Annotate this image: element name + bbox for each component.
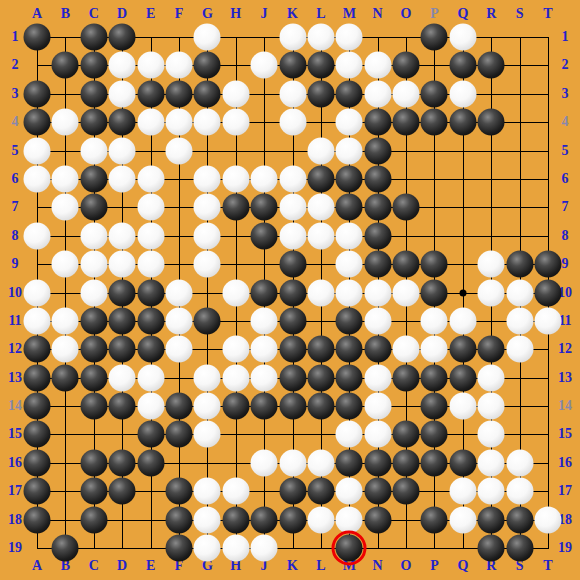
stone-black: [307, 165, 334, 192]
stone-black: [80, 165, 107, 192]
stone-white: [449, 393, 476, 420]
stone-black: [421, 506, 448, 533]
stone-white: [478, 251, 505, 278]
stone-white: [24, 137, 51, 164]
stone-white: [478, 279, 505, 306]
stone-white: [393, 80, 420, 107]
stone-black: [535, 279, 562, 306]
stone-black: [364, 336, 391, 363]
stone-white: [307, 506, 334, 533]
stone-black: [80, 307, 107, 334]
stone-white: [165, 279, 192, 306]
stone-white: [109, 251, 136, 278]
stone-black: [393, 478, 420, 505]
stone-white: [364, 364, 391, 391]
row-label-left: 4: [12, 115, 19, 129]
stone-black: [165, 80, 192, 107]
stone-black: [421, 279, 448, 306]
row-label-right: 15: [558, 427, 572, 441]
stone-black: [535, 251, 562, 278]
stone-black: [137, 421, 164, 448]
stone-black: [137, 449, 164, 476]
stone-black: [24, 478, 51, 505]
stone-black: [24, 449, 51, 476]
column-label-bottom: T: [543, 559, 552, 573]
stone-black: [478, 535, 505, 562]
stone-white: [24, 222, 51, 249]
row-label-right: 17: [558, 484, 572, 498]
stone-white: [307, 137, 334, 164]
column-label-top: A: [32, 7, 42, 21]
stone-white: [307, 279, 334, 306]
stone-white: [336, 222, 363, 249]
stone-white: [137, 165, 164, 192]
stone-black: [251, 279, 278, 306]
column-label-bottom: P: [430, 559, 439, 573]
column-label-top: E: [146, 7, 155, 21]
stone-black: [194, 307, 221, 334]
stone-white: [307, 194, 334, 221]
stone-white: [364, 80, 391, 107]
stone-black: [393, 449, 420, 476]
stone-black: [364, 109, 391, 136]
stone-black: [393, 194, 420, 221]
stone-white: [336, 478, 363, 505]
stone-black: [421, 393, 448, 420]
stone-black: [80, 52, 107, 79]
stone-white: [137, 109, 164, 136]
stone-black: [336, 165, 363, 192]
stone-black: [307, 52, 334, 79]
stone-black: [336, 336, 363, 363]
stone-black: [449, 336, 476, 363]
stone-white: [24, 307, 51, 334]
hoshi-dot: [459, 289, 466, 296]
stone-black: [80, 109, 107, 136]
stone-white: [194, 165, 221, 192]
stone-white: [137, 194, 164, 221]
stone-white: [364, 421, 391, 448]
row-label-left: 16: [8, 456, 22, 470]
stone-black: [52, 52, 79, 79]
stone-white: [506, 336, 533, 363]
column-label-top: B: [61, 7, 70, 21]
stone-black: [251, 222, 278, 249]
stone-white: [165, 137, 192, 164]
stone-white: [421, 307, 448, 334]
stone-black: [109, 24, 136, 51]
stone-white: [194, 24, 221, 51]
stone-black: [364, 449, 391, 476]
stone-white: [194, 535, 221, 562]
stone-white: [222, 535, 249, 562]
stone-white: [336, 137, 363, 164]
stone-white: [421, 336, 448, 363]
stone-black: [421, 364, 448, 391]
stone-white: [307, 222, 334, 249]
row-label-left: 19: [8, 541, 22, 555]
stone-white: [279, 194, 306, 221]
stone-white: [80, 222, 107, 249]
stone-black: [506, 251, 533, 278]
stone-black: [421, 421, 448, 448]
row-label-right: 8: [562, 229, 569, 243]
stone-black: [393, 109, 420, 136]
stone-white: [222, 165, 249, 192]
stone-black: [52, 535, 79, 562]
column-label-top: D: [117, 7, 127, 21]
stone-black: [279, 478, 306, 505]
stone-black: [109, 109, 136, 136]
stone-white: [336, 506, 363, 533]
stone-white: [279, 80, 306, 107]
stone-white: [251, 535, 278, 562]
stone-white: [109, 165, 136, 192]
stone-black: [279, 279, 306, 306]
column-label-top: G: [202, 7, 213, 21]
stone-black: [24, 506, 51, 533]
stone-white: [52, 109, 79, 136]
stone-black: [24, 109, 51, 136]
stone-black: [307, 478, 334, 505]
stone-black: [421, 24, 448, 51]
stone-black: [307, 364, 334, 391]
column-label-top: P: [430, 7, 439, 21]
stone-black: [137, 336, 164, 363]
stone-black: [364, 506, 391, 533]
stone-white: [194, 364, 221, 391]
column-label-top: M: [343, 7, 356, 21]
stone-white: [52, 307, 79, 334]
column-label-top: N: [373, 7, 383, 21]
stone-black: [364, 165, 391, 192]
stone-black: [478, 506, 505, 533]
row-label-right: 1: [562, 30, 569, 44]
stone-black: [336, 364, 363, 391]
stone-black: [222, 393, 249, 420]
stone-white: [478, 364, 505, 391]
stone-black: [80, 478, 107, 505]
stone-black: [449, 364, 476, 391]
stone-black: [421, 80, 448, 107]
stone-white: [251, 336, 278, 363]
row-label-left: 15: [8, 427, 22, 441]
row-label-left: 8: [12, 229, 19, 243]
stone-black: [80, 364, 107, 391]
stone-black: [364, 251, 391, 278]
column-label-bottom: E: [146, 559, 155, 573]
stone-white: [222, 109, 249, 136]
row-label-right: 5: [562, 144, 569, 158]
stone-black: [80, 449, 107, 476]
last-move-marker: [332, 531, 367, 566]
stone-black: [336, 80, 363, 107]
stone-black: [109, 307, 136, 334]
stone-white: [194, 478, 221, 505]
stone-white: [506, 478, 533, 505]
stone-white: [52, 251, 79, 278]
stone-white: [506, 307, 533, 334]
row-label-left: 11: [8, 314, 21, 328]
stone-black: [364, 137, 391, 164]
column-label-top: Q: [457, 7, 468, 21]
row-label-right: 19: [558, 541, 572, 555]
stone-black: [393, 421, 420, 448]
grid-line-horizontal: [37, 434, 549, 435]
stone-white: [364, 307, 391, 334]
stone-white: [449, 506, 476, 533]
stone-black: [307, 80, 334, 107]
row-label-right: 4: [562, 115, 569, 129]
stone-black: [279, 52, 306, 79]
stone-black: [24, 80, 51, 107]
row-label-left: 17: [8, 484, 22, 498]
stone-white: [478, 393, 505, 420]
stone-black: [24, 364, 51, 391]
stone-white: [109, 364, 136, 391]
stone-white: [222, 80, 249, 107]
stone-black: [80, 506, 107, 533]
stone-black: [393, 52, 420, 79]
stone-white: [279, 109, 306, 136]
stone-white: [336, 421, 363, 448]
stone-white: [364, 52, 391, 79]
stone-black: [506, 506, 533, 533]
row-label-left: 18: [8, 513, 22, 527]
stone-white: [109, 137, 136, 164]
stone-black: [449, 52, 476, 79]
column-label-top: C: [89, 7, 99, 21]
stone-black: [109, 393, 136, 420]
column-label-top: T: [543, 7, 552, 21]
column-label-bottom: N: [373, 559, 383, 573]
stone-white: [165, 307, 192, 334]
stone-black: [109, 279, 136, 306]
column-label-bottom: Q: [457, 559, 468, 573]
row-label-left: 14: [8, 399, 22, 413]
row-label-right: 14: [558, 399, 572, 413]
stone-white: [336, 279, 363, 306]
row-label-left: 12: [8, 342, 22, 356]
row-label-right: 3: [562, 87, 569, 101]
stone-white: [251, 449, 278, 476]
row-label-left: 6: [12, 172, 19, 186]
row-label-left: 10: [8, 286, 22, 300]
row-label-left: 5: [12, 144, 19, 158]
stone-black: [307, 393, 334, 420]
stone-white: [449, 24, 476, 51]
column-label-bottom: A: [32, 559, 42, 573]
stone-black: [52, 364, 79, 391]
stone-black: [478, 52, 505, 79]
stone-black: [165, 393, 192, 420]
stone-white: [279, 24, 306, 51]
column-label-top: S: [516, 7, 524, 21]
column-label-bottom: K: [287, 559, 298, 573]
column-label-bottom: D: [117, 559, 127, 573]
stone-black: [80, 393, 107, 420]
grid-line-horizontal: [37, 548, 549, 549]
stone-black: [449, 109, 476, 136]
stone-black: [109, 449, 136, 476]
stone-white: [478, 421, 505, 448]
stone-white: [194, 251, 221, 278]
row-label-left: 7: [12, 200, 19, 214]
stone-white: [222, 279, 249, 306]
stone-black: [137, 307, 164, 334]
stone-black: [336, 393, 363, 420]
stone-white: [251, 307, 278, 334]
stone-black: [222, 506, 249, 533]
stone-black: [421, 251, 448, 278]
stone-black: [251, 194, 278, 221]
stone-white: [52, 194, 79, 221]
row-label-left: 13: [8, 371, 22, 385]
stone-white: [137, 222, 164, 249]
stone-white: [109, 80, 136, 107]
stone-white: [336, 251, 363, 278]
stone-white: [24, 165, 51, 192]
stone-black: [449, 449, 476, 476]
stone-white: [279, 165, 306, 192]
stone-black: [421, 449, 448, 476]
stone-black: [137, 279, 164, 306]
go-board[interactable]: AA11BB22CC33DD44EE55FF66GG77HH88JJ99KK10…: [0, 0, 580, 580]
stone-white: [194, 222, 221, 249]
stone-black: [109, 336, 136, 363]
stone-black: [336, 449, 363, 476]
stone-white: [165, 336, 192, 363]
stone-black: [165, 421, 192, 448]
stone-white: [478, 478, 505, 505]
stone-black: [279, 506, 306, 533]
stone-black: [80, 80, 107, 107]
stone-white: [137, 364, 164, 391]
stone-black: [24, 336, 51, 363]
stone-white: [279, 222, 306, 249]
stone-white: [506, 279, 533, 306]
stone-white: [137, 251, 164, 278]
row-label-left: 9: [12, 257, 19, 271]
row-label-left: 3: [12, 87, 19, 101]
stone-black: [194, 52, 221, 79]
stone-black: [165, 506, 192, 533]
stone-white: [137, 52, 164, 79]
stone-white: [251, 52, 278, 79]
stone-black: [421, 109, 448, 136]
stone-white: [279, 449, 306, 476]
row-label-right: 13: [558, 371, 572, 385]
stone-white: [165, 109, 192, 136]
stone-black: [109, 478, 136, 505]
stone-white: [109, 52, 136, 79]
stone-white: [251, 364, 278, 391]
stone-white: [52, 336, 79, 363]
stone-white: [194, 109, 221, 136]
stone-black: [364, 478, 391, 505]
stone-black: [506, 535, 533, 562]
stone-black: [364, 194, 391, 221]
stone-black: [24, 393, 51, 420]
stone-black: [307, 336, 334, 363]
stone-white: [449, 80, 476, 107]
row-label-right: 9: [562, 257, 569, 271]
stone-white: [80, 279, 107, 306]
row-label-right: 12: [558, 342, 572, 356]
column-label-top: R: [486, 7, 496, 21]
stone-black: [251, 506, 278, 533]
stone-white: [80, 137, 107, 164]
stone-black: [478, 109, 505, 136]
stone-white: [222, 364, 249, 391]
stone-white: [307, 24, 334, 51]
stone-white: [364, 279, 391, 306]
stone-white: [478, 449, 505, 476]
stone-black: [165, 478, 192, 505]
stone-white: [449, 478, 476, 505]
stone-black: [80, 24, 107, 51]
stone-white: [336, 24, 363, 51]
stone-white: [165, 52, 192, 79]
stone-white: [222, 336, 249, 363]
stone-white: [336, 52, 363, 79]
column-label-bottom: C: [89, 559, 99, 573]
stone-white: [393, 336, 420, 363]
stone-white: [109, 222, 136, 249]
stone-white: [251, 165, 278, 192]
stone-white: [194, 393, 221, 420]
stone-black: [279, 336, 306, 363]
stone-white: [80, 251, 107, 278]
stone-black: [137, 80, 164, 107]
stone-black: [222, 194, 249, 221]
column-label-top: J: [261, 7, 268, 21]
stone-black: [279, 251, 306, 278]
column-label-bottom: O: [401, 559, 412, 573]
stone-white: [194, 506, 221, 533]
row-label-right: 16: [558, 456, 572, 470]
row-label-right: 7: [562, 200, 569, 214]
stone-black: [24, 24, 51, 51]
stone-white: [222, 478, 249, 505]
stone-white: [449, 307, 476, 334]
stone-black: [279, 393, 306, 420]
stone-white: [194, 421, 221, 448]
stone-white: [364, 393, 391, 420]
stone-black: [165, 535, 192, 562]
stone-black: [279, 307, 306, 334]
stone-black: [24, 421, 51, 448]
stone-white: [137, 393, 164, 420]
stone-black: [80, 336, 107, 363]
stone-black: [393, 251, 420, 278]
column-label-top: H: [230, 7, 241, 21]
row-label-right: 6: [562, 172, 569, 186]
column-label-top: F: [175, 7, 184, 21]
stone-black: [194, 80, 221, 107]
stone-white: [535, 307, 562, 334]
stone-black: [251, 393, 278, 420]
stone-white: [194, 194, 221, 221]
row-label-left: 1: [12, 30, 19, 44]
stone-black: [478, 336, 505, 363]
stone-white: [307, 449, 334, 476]
stone-black: [336, 307, 363, 334]
stone-black: [393, 364, 420, 391]
column-label-top: K: [287, 7, 298, 21]
stone-black: [279, 364, 306, 391]
stone-black: [336, 194, 363, 221]
